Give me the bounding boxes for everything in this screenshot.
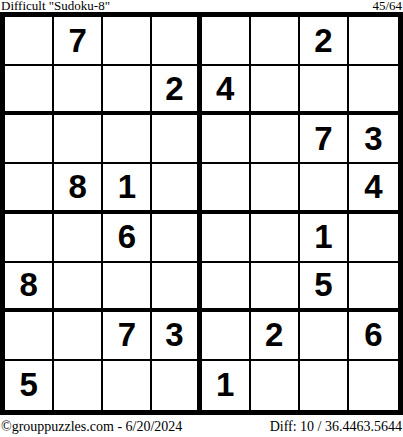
cell-r6c6[interactable] — [251, 263, 300, 312]
cell-r1c1[interactable] — [5, 17, 54, 66]
sudoku-board: 7224738146185732651 — [0, 12, 403, 415]
cell-r2c1[interactable] — [5, 66, 54, 115]
cell-r2c7[interactable] — [300, 66, 349, 115]
cell-r8c3[interactable] — [103, 361, 152, 410]
puzzle-page: Difficult "Sudoku-8" 45/64 7224738146185… — [0, 0, 403, 437]
cell-r7c6: 2 — [251, 312, 300, 361]
cell-r5c2[interactable] — [54, 214, 103, 263]
cell-r7c4: 3 — [152, 312, 201, 361]
cell-r5c1[interactable] — [5, 214, 54, 263]
cell-r5c5[interactable] — [202, 214, 251, 263]
cell-r1c3[interactable] — [103, 17, 152, 66]
footer: ©grouppuzzles.com - 6/20/2024 Diff: 10 /… — [0, 415, 403, 437]
cell-r8c1: 5 — [5, 361, 54, 410]
cell-r4c1[interactable] — [5, 164, 54, 213]
cell-r6c1: 8 — [5, 263, 54, 312]
cell-r3c2[interactable] — [54, 115, 103, 164]
cell-r1c5[interactable] — [202, 17, 251, 66]
cell-r2c8[interactable] — [349, 66, 398, 115]
cell-r2c3[interactable] — [103, 66, 152, 115]
cell-r3c1[interactable] — [5, 115, 54, 164]
cell-r4c7[interactable] — [300, 164, 349, 213]
cell-r8c4[interactable] — [152, 361, 201, 410]
cell-r5c8[interactable] — [349, 214, 398, 263]
cell-r1c4[interactable] — [152, 17, 201, 66]
cell-r3c4[interactable] — [152, 115, 201, 164]
cell-r6c7: 5 — [300, 263, 349, 312]
cell-r4c3: 1 — [103, 164, 152, 213]
cell-r6c3[interactable] — [103, 263, 152, 312]
cell-r1c8[interactable] — [349, 17, 398, 66]
cell-r7c8: 6 — [349, 312, 398, 361]
cell-r7c7[interactable] — [300, 312, 349, 361]
cell-r3c3[interactable] — [103, 115, 152, 164]
cell-r7c5[interactable] — [202, 312, 251, 361]
cell-r4c4[interactable] — [152, 164, 201, 213]
cell-r8c8[interactable] — [349, 361, 398, 410]
cell-r4c5[interactable] — [202, 164, 251, 213]
cell-r8c7[interactable] — [300, 361, 349, 410]
cell-r8c2[interactable] — [54, 361, 103, 410]
cell-r2c4: 2 — [152, 66, 201, 115]
cell-r3c5[interactable] — [202, 115, 251, 164]
cell-r4c2: 8 — [54, 164, 103, 213]
cell-r8c6[interactable] — [251, 361, 300, 410]
cell-r6c2[interactable] — [54, 263, 103, 312]
copyright-date: ©grouppuzzles.com - 6/20/2024 — [1, 419, 182, 435]
empty-cell-counter: 45/64 — [372, 0, 402, 12]
cell-r2c5: 4 — [202, 66, 251, 115]
cell-r7c1[interactable] — [5, 312, 54, 361]
cell-r7c2[interactable] — [54, 312, 103, 361]
cell-r6c4[interactable] — [152, 263, 201, 312]
cell-r6c8[interactable] — [349, 263, 398, 312]
cell-r3c8: 3 — [349, 115, 398, 164]
cell-r1c2: 7 — [54, 17, 103, 66]
difficulty-rating: Diff: 10 / 36.4463.5644 — [270, 419, 402, 435]
cell-r3c6[interactable] — [251, 115, 300, 164]
cell-r7c3: 7 — [103, 312, 152, 361]
cell-r6c5[interactable] — [202, 263, 251, 312]
cell-r1c6[interactable] — [251, 17, 300, 66]
cell-r5c3: 6 — [103, 214, 152, 263]
cell-r4c6[interactable] — [251, 164, 300, 213]
cell-r3c7: 7 — [300, 115, 349, 164]
cell-r5c6[interactable] — [251, 214, 300, 263]
cell-r5c7: 1 — [300, 214, 349, 263]
cell-r8c5: 1 — [202, 361, 251, 410]
header: Difficult "Sudoku-8" 45/64 — [0, 0, 403, 12]
cell-r1c7: 2 — [300, 17, 349, 66]
cell-r5c4[interactable] — [152, 214, 201, 263]
puzzle-title: Difficult "Sudoku-8" — [1, 0, 110, 12]
cell-r4c8: 4 — [349, 164, 398, 213]
cell-r2c6[interactable] — [251, 66, 300, 115]
cell-r2c2[interactable] — [54, 66, 103, 115]
